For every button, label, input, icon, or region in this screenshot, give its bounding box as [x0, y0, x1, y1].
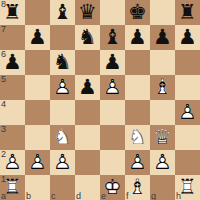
piece-outline: ♙ — [153, 152, 172, 173]
white-pawn-b2: ♟♙ — [25, 150, 50, 175]
piece-outline: ♙ — [53, 77, 72, 98]
square-d5[interactable]: ♟ — [75, 75, 100, 100]
black-queen-d8: ♛ — [75, 0, 100, 25]
square-d2[interactable] — [75, 150, 100, 175]
square-f7[interactable]: ♟ — [125, 25, 150, 50]
white-pawn-h4: ♟♙ — [175, 100, 200, 125]
black-bishop-e7: ♝ — [100, 25, 125, 50]
square-e1[interactable]: e♚♔ — [100, 175, 125, 200]
square-b4[interactable] — [25, 100, 50, 125]
square-g3[interactable]: ♛♕ — [150, 125, 175, 150]
square-e8[interactable] — [100, 0, 125, 25]
piece-outline: ♖ — [3, 177, 22, 198]
square-b8[interactable] — [25, 0, 50, 25]
white-rook-a1: ♜♖ — [0, 175, 25, 200]
square-e5[interactable]: ♟♙ — [100, 75, 125, 100]
piece-outline: ♙ — [53, 152, 72, 173]
square-h1[interactable]: h♜♖ — [175, 175, 200, 200]
chess-board-wrap: 8♜♝♛♚♜7♟♞♝♟♟♟6♟♞♟5♟♙♟♟♙♝♗4♟♙3♞♘♞♘♛♕2♟♙♟♙… — [0, 0, 200, 200]
square-f5[interactable] — [125, 75, 150, 100]
piece-outline: ♗ — [128, 177, 147, 198]
rank-label-3: 3 — [1, 124, 6, 134]
file-label-d: d — [76, 191, 81, 200]
square-c1[interactable]: c — [50, 175, 75, 200]
square-c6[interactable]: ♞ — [50, 50, 75, 75]
black-pawn-e6: ♟ — [100, 50, 125, 75]
piece-glyph: ♞ — [78, 27, 97, 48]
square-d6[interactable] — [75, 50, 100, 75]
file-label-c: c — [51, 191, 56, 200]
piece-glyph: ♟ — [28, 27, 47, 48]
square-h7[interactable]: ♟ — [175, 25, 200, 50]
chess-board: 8♜♝♛♚♜7♟♞♝♟♟♟6♟♞♟5♟♙♟♟♙♝♗4♟♙3♞♘♞♘♛♕2♟♙♟♙… — [0, 0, 200, 200]
square-e4[interactable] — [100, 100, 125, 125]
file-label-b: b — [26, 191, 31, 200]
square-d8[interactable]: ♛ — [75, 0, 100, 25]
piece-glyph: ♜ — [178, 2, 197, 23]
square-g5[interactable]: ♝♗ — [150, 75, 175, 100]
square-g6[interactable] — [150, 50, 175, 75]
piece-glyph: ♝ — [103, 27, 122, 48]
square-a2[interactable]: 2♟♙ — [0, 150, 25, 175]
square-e6[interactable]: ♟ — [100, 50, 125, 75]
square-c3[interactable]: ♞♘ — [50, 125, 75, 150]
square-e2[interactable] — [100, 150, 125, 175]
square-a6[interactable]: 6♟ — [0, 50, 25, 75]
piece-glyph: ♟ — [103, 52, 122, 73]
black-pawn-h7: ♟ — [175, 25, 200, 50]
square-h5[interactable] — [175, 75, 200, 100]
white-knight-f3: ♞♘ — [125, 125, 150, 150]
square-d1[interactable]: d — [75, 175, 100, 200]
square-g8[interactable] — [150, 0, 175, 25]
square-a7[interactable]: 7 — [0, 25, 25, 50]
piece-outline: ♙ — [28, 152, 47, 173]
square-a3[interactable]: 3 — [0, 125, 25, 150]
black-pawn-g7: ♟ — [150, 25, 175, 50]
rank-label-7: 7 — [1, 24, 6, 34]
square-f1[interactable]: f♝♗ — [125, 175, 150, 200]
white-king-e1: ♚♔ — [100, 175, 125, 200]
piece-glyph: ♞ — [53, 52, 72, 73]
square-e7[interactable]: ♝ — [100, 25, 125, 50]
rank-label-5: 5 — [1, 74, 6, 84]
white-bishop-g5: ♝♗ — [150, 75, 175, 100]
piece-glyph: ♟ — [178, 27, 197, 48]
white-pawn-g2: ♟♙ — [150, 150, 175, 175]
black-knight-c6: ♞ — [50, 50, 75, 75]
square-g4[interactable] — [150, 100, 175, 125]
square-c2[interactable]: ♟♙ — [50, 150, 75, 175]
square-d4[interactable] — [75, 100, 100, 125]
white-pawn-a2: ♟♙ — [0, 150, 25, 175]
square-f4[interactable] — [125, 100, 150, 125]
square-h6[interactable] — [175, 50, 200, 75]
square-g1[interactable]: g — [150, 175, 175, 200]
black-pawn-b7: ♟ — [25, 25, 50, 50]
square-a4[interactable]: 4 — [0, 100, 25, 125]
piece-outline: ♘ — [53, 127, 72, 148]
piece-glyph: ♜ — [3, 2, 22, 23]
square-h2[interactable] — [175, 150, 200, 175]
rank-label-4: 4 — [1, 99, 6, 109]
square-f2[interactable]: ♟♙ — [125, 150, 150, 175]
white-knight-c3: ♞♘ — [50, 125, 75, 150]
piece-glyph: ♛ — [78, 2, 97, 23]
square-c8[interactable]: ♝ — [50, 0, 75, 25]
piece-glyph: ♟ — [3, 52, 22, 73]
square-b6[interactable] — [25, 50, 50, 75]
black-bishop-c8: ♝ — [50, 0, 75, 25]
square-g2[interactable]: ♟♙ — [150, 150, 175, 175]
piece-outline: ♙ — [103, 77, 122, 98]
black-pawn-f7: ♟ — [125, 25, 150, 50]
square-f6[interactable] — [125, 50, 150, 75]
square-e3[interactable] — [100, 125, 125, 150]
square-c7[interactable] — [50, 25, 75, 50]
square-f8[interactable]: ♚ — [125, 0, 150, 25]
black-pawn-a6: ♟ — [0, 50, 25, 75]
black-rook-a8: ♜ — [0, 0, 25, 25]
piece-glyph: ♟ — [128, 27, 147, 48]
piece-outline: ♙ — [3, 152, 22, 173]
piece-outline: ♖ — [178, 177, 197, 198]
square-b3[interactable] — [25, 125, 50, 150]
piece-glyph: ♟ — [153, 27, 172, 48]
white-bishop-f1: ♝♗ — [125, 175, 150, 200]
white-pawn-c2: ♟♙ — [50, 150, 75, 175]
piece-glyph: ♚ — [128, 2, 147, 23]
square-a8[interactable]: 8♜ — [0, 0, 25, 25]
square-f3[interactable]: ♞♘ — [125, 125, 150, 150]
square-h4[interactable]: ♟♙ — [175, 100, 200, 125]
square-b7[interactable]: ♟ — [25, 25, 50, 50]
white-pawn-c5: ♟♙ — [50, 75, 75, 100]
piece-outline: ♗ — [153, 77, 172, 98]
square-c5[interactable]: ♟♙ — [50, 75, 75, 100]
black-king-f8: ♚ — [125, 0, 150, 25]
piece-outline: ♕ — [153, 127, 172, 148]
piece-outline: ♙ — [128, 152, 147, 173]
square-c4[interactable] — [50, 100, 75, 125]
square-g7[interactable]: ♟ — [150, 25, 175, 50]
square-b1[interactable]: b — [25, 175, 50, 200]
square-h8[interactable]: ♜ — [175, 0, 200, 25]
piece-outline: ♘ — [128, 127, 147, 148]
square-h3[interactable] — [175, 125, 200, 150]
piece-glyph: ♝ — [53, 2, 72, 23]
black-knight-d7: ♞ — [75, 25, 100, 50]
square-a1[interactable]: 1a♜♖ — [0, 175, 25, 200]
white-queen-g3: ♛♕ — [150, 125, 175, 150]
black-rook-h8: ♜ — [175, 0, 200, 25]
square-d3[interactable] — [75, 125, 100, 150]
white-pawn-e5: ♟♙ — [100, 75, 125, 100]
black-pawn-d5: ♟ — [75, 75, 100, 100]
square-d7[interactable]: ♞ — [75, 25, 100, 50]
file-label-g: g — [151, 191, 156, 200]
white-rook-h1: ♜♖ — [175, 175, 200, 200]
white-pawn-f2: ♟♙ — [125, 150, 150, 175]
piece-outline: ♔ — [103, 177, 122, 198]
square-b5[interactable] — [25, 75, 50, 100]
square-a5[interactable]: 5 — [0, 75, 25, 100]
piece-glyph: ♟ — [78, 77, 97, 98]
square-b2[interactable]: ♟♙ — [25, 150, 50, 175]
piece-outline: ♙ — [178, 102, 197, 123]
